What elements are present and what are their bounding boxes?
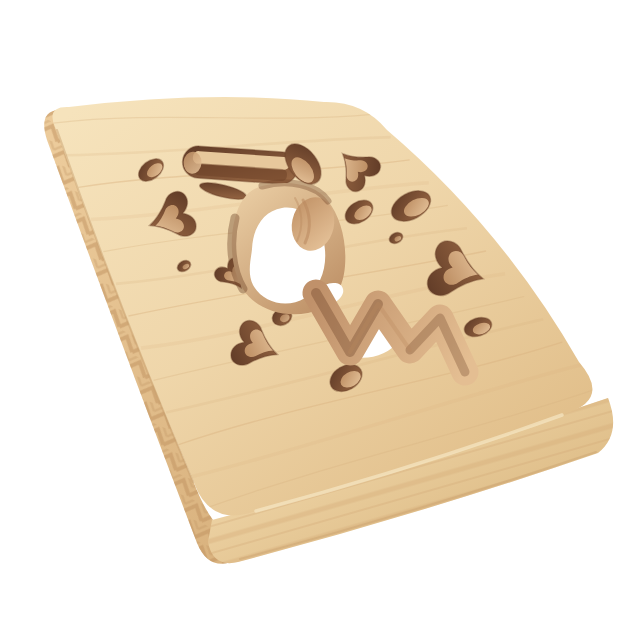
product-photo [0, 0, 640, 640]
wooden-board-image [0, 0, 640, 640]
